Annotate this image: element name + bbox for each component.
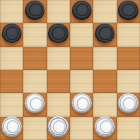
board-square[interactable] (23, 93, 46, 116)
board-square[interactable] (23, 117, 46, 140)
board-square[interactable] (93, 0, 116, 23)
piece-groove-ring (6, 26, 20, 40)
board-square[interactable] (70, 93, 93, 116)
piece-groove-ring (100, 120, 113, 133)
board-square[interactable] (0, 117, 23, 140)
board-square[interactable] (0, 23, 23, 46)
piece-groove-ring (6, 120, 19, 133)
checker-piece-light[interactable] (48, 117, 69, 138)
board-square[interactable] (47, 47, 70, 70)
checker-piece-light[interactable] (1, 117, 22, 138)
board-square[interactable] (23, 70, 46, 93)
checker-piece-light[interactable] (118, 93, 139, 114)
board-square[interactable] (47, 0, 70, 23)
piece-groove-ring (52, 26, 66, 40)
piece-groove-ring (53, 120, 66, 133)
checker-piece-dark[interactable] (25, 0, 46, 20)
board-square[interactable] (93, 70, 116, 93)
piece-groove-ring (30, 97, 43, 110)
board-square[interactable] (23, 0, 46, 23)
checker-piece-light[interactable] (71, 93, 92, 114)
checker-piece-light[interactable] (95, 117, 116, 138)
checker-piece-dark[interactable] (1, 23, 22, 44)
checker-piece-dark[interactable] (71, 0, 92, 20)
board-square[interactable] (70, 47, 93, 70)
game-screenshot (0, 0, 140, 140)
board-square[interactable] (0, 93, 23, 116)
piece-groove-ring (29, 3, 43, 17)
board-square[interactable] (70, 23, 93, 46)
board-square[interactable] (117, 70, 140, 93)
board-square[interactable] (0, 47, 23, 70)
board-square[interactable] (0, 70, 23, 93)
piece-groove-ring (123, 97, 136, 110)
checker-piece-dark[interactable] (48, 23, 69, 44)
board-square[interactable] (93, 47, 116, 70)
board-square[interactable] (70, 70, 93, 93)
board-square[interactable] (0, 0, 23, 23)
board-square[interactable] (23, 47, 46, 70)
piece-groove-ring (76, 3, 90, 17)
board-square[interactable] (47, 117, 70, 140)
board-square[interactable] (70, 0, 93, 23)
piece-groove-ring (76, 97, 89, 110)
checkers-board (0, 0, 140, 140)
piece-groove-ring (122, 3, 136, 17)
board-square[interactable] (117, 0, 140, 23)
board-square[interactable] (93, 93, 116, 116)
piece-groove-ring (99, 26, 113, 40)
board-square[interactable] (93, 117, 116, 140)
checker-piece-dark[interactable] (95, 23, 116, 44)
checker-piece-light[interactable] (25, 93, 46, 114)
board-square[interactable] (70, 117, 93, 140)
board-square[interactable] (117, 117, 140, 140)
board-square[interactable] (93, 23, 116, 46)
board-square[interactable] (117, 93, 140, 116)
checker-piece-dark[interactable] (118, 0, 139, 20)
board-square[interactable] (47, 93, 70, 116)
board-square[interactable] (23, 23, 46, 46)
board-square[interactable] (117, 23, 140, 46)
board-square[interactable] (117, 47, 140, 70)
board-square[interactable] (47, 70, 70, 93)
board-square[interactable] (47, 23, 70, 46)
